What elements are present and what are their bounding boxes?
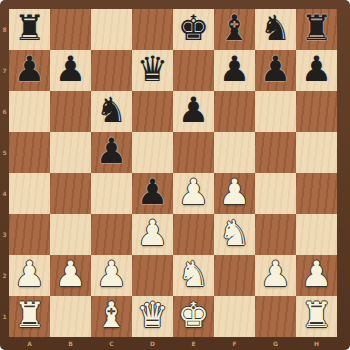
square-g4[interactable] <box>255 173 296 214</box>
black-rook[interactable]: ♜ <box>301 11 332 46</box>
square-d8[interactable] <box>132 9 173 50</box>
white-pawn[interactable]: ♟ <box>96 257 127 292</box>
file-label-e: E <box>173 337 214 350</box>
square-d1[interactable]: ♛ <box>132 296 173 337</box>
square-f7[interactable]: ♟ <box>214 50 255 91</box>
square-c5[interactable]: ♟ <box>91 132 132 173</box>
square-e6[interactable]: ♟ <box>173 91 214 132</box>
white-knight[interactable]: ♞ <box>178 257 209 292</box>
square-d5[interactable] <box>132 132 173 173</box>
square-b7[interactable]: ♟ <box>50 50 91 91</box>
square-f8[interactable]: ♝ <box>214 9 255 50</box>
file-label-a: A <box>9 337 50 350</box>
square-b6[interactable] <box>50 91 91 132</box>
white-knight[interactable]: ♞ <box>219 216 250 251</box>
square-a8[interactable]: ♜ <box>9 9 50 50</box>
square-d6[interactable] <box>132 91 173 132</box>
square-c6[interactable]: ♞ <box>91 91 132 132</box>
rank-label-5: 5 <box>0 132 9 173</box>
square-f3[interactable]: ♞ <box>214 214 255 255</box>
black-knight[interactable]: ♞ <box>96 93 127 128</box>
square-c2[interactable]: ♟ <box>91 255 132 296</box>
square-h4[interactable] <box>296 173 337 214</box>
square-b1[interactable] <box>50 296 91 337</box>
black-bishop[interactable]: ♝ <box>219 11 250 46</box>
black-pawn[interactable]: ♟ <box>219 52 250 87</box>
white-bishop[interactable]: ♝ <box>96 298 127 333</box>
square-a7[interactable]: ♟ <box>9 50 50 91</box>
square-b2[interactable]: ♟ <box>50 255 91 296</box>
square-c4[interactable] <box>91 173 132 214</box>
black-pawn[interactable]: ♟ <box>260 52 291 87</box>
square-g5[interactable] <box>255 132 296 173</box>
rank-label-1: 1 <box>0 296 9 337</box>
white-pawn[interactable]: ♟ <box>14 257 45 292</box>
square-e3[interactable] <box>173 214 214 255</box>
square-d3[interactable]: ♟ <box>132 214 173 255</box>
square-d7[interactable]: ♛ <box>132 50 173 91</box>
square-h2[interactable]: ♟ <box>296 255 337 296</box>
black-pawn[interactable]: ♟ <box>55 52 86 87</box>
square-c3[interactable] <box>91 214 132 255</box>
square-h6[interactable] <box>296 91 337 132</box>
white-pawn[interactable]: ♟ <box>219 175 250 210</box>
square-a5[interactable] <box>9 132 50 173</box>
white-pawn[interactable]: ♟ <box>55 257 86 292</box>
white-rook[interactable]: ♜ <box>14 298 45 333</box>
square-h8[interactable]: ♜ <box>296 9 337 50</box>
square-h3[interactable] <box>296 214 337 255</box>
square-a2[interactable]: ♟ <box>9 255 50 296</box>
square-e7[interactable] <box>173 50 214 91</box>
square-h1[interactable]: ♜ <box>296 296 337 337</box>
square-e1[interactable]: ♚ <box>173 296 214 337</box>
rank-label-8: 8 <box>0 9 9 50</box>
file-label-h: H <box>296 337 337 350</box>
white-rook[interactable]: ♜ <box>301 298 332 333</box>
white-pawn[interactable]: ♟ <box>178 175 209 210</box>
rank-label-4: 4 <box>0 173 9 214</box>
square-e2[interactable]: ♞ <box>173 255 214 296</box>
black-rook[interactable]: ♜ <box>14 11 45 46</box>
white-pawn[interactable]: ♟ <box>301 257 332 292</box>
chess-board: ♜♚♝♞♜♟♟♛♟♟♟♞♟♟♟♟♟♟♞♟♟♟♞♟♟♜♝♛♚♜ 87654321 … <box>0 0 350 350</box>
black-king[interactable]: ♚ <box>178 11 209 46</box>
square-g2[interactable]: ♟ <box>255 255 296 296</box>
square-e5[interactable] <box>173 132 214 173</box>
square-a6[interactable] <box>9 91 50 132</box>
square-g7[interactable]: ♟ <box>255 50 296 91</box>
square-a1[interactable]: ♜ <box>9 296 50 337</box>
square-g6[interactable] <box>255 91 296 132</box>
square-f2[interactable] <box>214 255 255 296</box>
square-e8[interactable]: ♚ <box>173 9 214 50</box>
black-queen[interactable]: ♛ <box>137 52 168 87</box>
file-label-c: C <box>91 337 132 350</box>
square-g8[interactable]: ♞ <box>255 9 296 50</box>
black-knight[interactable]: ♞ <box>260 11 291 46</box>
white-pawn[interactable]: ♟ <box>260 257 291 292</box>
square-b3[interactable] <box>50 214 91 255</box>
square-d4[interactable]: ♟ <box>132 173 173 214</box>
square-b4[interactable] <box>50 173 91 214</box>
square-c7[interactable] <box>91 50 132 91</box>
square-e4[interactable]: ♟ <box>173 173 214 214</box>
black-pawn[interactable]: ♟ <box>301 52 332 87</box>
file-label-b: B <box>50 337 91 350</box>
rank-label-3: 3 <box>0 214 9 255</box>
black-pawn[interactable]: ♟ <box>178 93 209 128</box>
white-queen[interactable]: ♛ <box>137 298 168 333</box>
board-grid: ♜♚♝♞♜♟♟♛♟♟♟♞♟♟♟♟♟♟♞♟♟♟♞♟♟♜♝♛♚♜ <box>9 9 337 337</box>
square-d2[interactable] <box>132 255 173 296</box>
square-f1[interactable] <box>214 296 255 337</box>
square-h7[interactable]: ♟ <box>296 50 337 91</box>
file-label-g: G <box>255 337 296 350</box>
square-a3[interactable] <box>9 214 50 255</box>
square-b8[interactable] <box>50 9 91 50</box>
square-f4[interactable]: ♟ <box>214 173 255 214</box>
square-h5[interactable] <box>296 132 337 173</box>
square-g1[interactable] <box>255 296 296 337</box>
square-f5[interactable] <box>214 132 255 173</box>
square-b5[interactable] <box>50 132 91 173</box>
square-c1[interactable]: ♝ <box>91 296 132 337</box>
square-f6[interactable] <box>214 91 255 132</box>
square-c8[interactable] <box>91 9 132 50</box>
square-a4[interactable] <box>9 173 50 214</box>
rank-label-6: 6 <box>0 91 9 132</box>
square-g3[interactable] <box>255 214 296 255</box>
black-pawn[interactable]: ♟ <box>14 52 45 87</box>
rank-label-2: 2 <box>0 255 9 296</box>
black-pawn[interactable]: ♟ <box>137 175 168 210</box>
rank-label-7: 7 <box>0 50 9 91</box>
black-pawn[interactable]: ♟ <box>96 134 127 169</box>
file-label-f: F <box>214 337 255 350</box>
white-pawn[interactable]: ♟ <box>137 216 168 251</box>
white-king[interactable]: ♚ <box>178 298 209 333</box>
file-label-d: D <box>132 337 173 350</box>
